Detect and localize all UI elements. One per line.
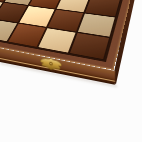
chess-box-photo bbox=[0, 0, 142, 142]
board-square bbox=[69, 32, 110, 60]
